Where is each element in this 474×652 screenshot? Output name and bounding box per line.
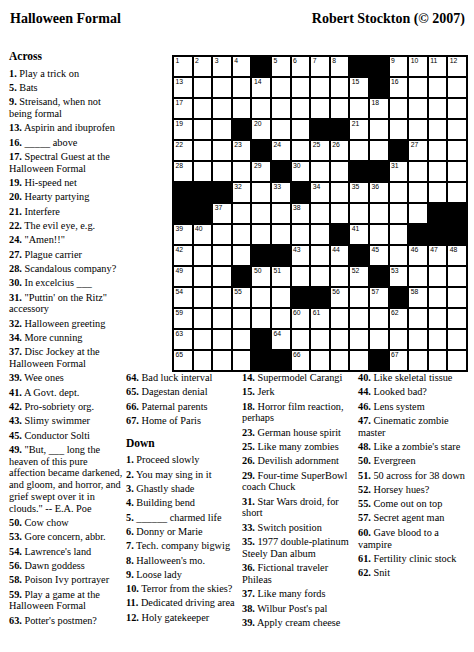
white-cell[interactable]: 43	[291, 245, 311, 266]
white-cell[interactable]: 23	[232, 140, 252, 161]
white-cell[interactable]	[389, 203, 409, 224]
white-cell[interactable]	[212, 77, 232, 98]
white-cell[interactable]	[193, 308, 213, 329]
white-cell[interactable]	[232, 329, 252, 350]
white-cell[interactable]: 57	[369, 287, 389, 308]
clue-number: 45.	[9, 430, 22, 441]
white-cell[interactable]	[408, 308, 428, 329]
white-cell[interactable]	[212, 329, 232, 350]
white-cell[interactable]	[291, 224, 311, 245]
cell-number: 5	[273, 57, 277, 65]
white-cell[interactable]	[330, 161, 350, 182]
down-clue-7: 7. Tech. company bigwig	[126, 540, 240, 552]
clue-number: 43.	[9, 415, 22, 426]
clue-number: 59.	[9, 589, 22, 600]
clue-number: 44.	[358, 386, 371, 397]
clue-number: 18.	[242, 401, 255, 412]
white-cell[interactable]	[408, 182, 428, 203]
white-cell[interactable]: 66	[291, 350, 311, 371]
white-cell[interactable]	[447, 77, 467, 98]
down-clue-60: 60. Gave blood to a vampire	[358, 527, 472, 551]
cell-number: 53	[391, 267, 399, 275]
clue-number: 1.	[126, 454, 134, 465]
black-cell	[271, 161, 291, 182]
white-cell[interactable]	[447, 287, 467, 308]
white-cell[interactable]	[447, 161, 467, 182]
white-cell[interactable]	[251, 224, 271, 245]
white-cell[interactable]	[428, 329, 448, 350]
clue-number: 8.	[126, 555, 134, 566]
white-cell[interactable]	[349, 287, 369, 308]
white-cell[interactable]	[428, 161, 448, 182]
black-cell	[349, 161, 369, 182]
clue-number: 64.	[126, 372, 139, 383]
white-cell[interactable]	[369, 308, 389, 329]
white-cell[interactable]: 62	[389, 308, 409, 329]
black-cell	[251, 140, 271, 161]
white-cell[interactable]	[447, 182, 467, 203]
cell-number: 22	[176, 141, 184, 149]
cell-number: 45	[371, 246, 379, 254]
white-cell[interactable]	[428, 98, 448, 119]
cell-number: 65	[176, 351, 184, 359]
white-cell[interactable]	[408, 350, 428, 371]
white-cell[interactable]	[349, 350, 369, 371]
clue-number: 38.	[242, 603, 255, 614]
white-cell[interactable]	[447, 98, 467, 119]
across-clue-13: 13. Aspirin and ibuprofen	[9, 122, 123, 134]
white-cell[interactable]	[212, 98, 232, 119]
white-cell[interactable]: 9	[389, 56, 409, 77]
white-cell[interactable]: 2	[193, 56, 213, 77]
white-cell[interactable]	[330, 98, 350, 119]
white-cell[interactable]	[232, 308, 252, 329]
white-cell[interactable]: 28	[173, 161, 193, 182]
white-cell[interactable]	[408, 161, 428, 182]
down-clue-62: 62. Snit	[358, 567, 472, 579]
white-cell[interactable]: 6	[291, 56, 311, 77]
across-clue-50: 50. Cow chow	[9, 517, 123, 529]
white-cell[interactable]	[428, 119, 448, 140]
white-cell[interactable]	[251, 308, 271, 329]
white-cell[interactable]: 22	[173, 140, 193, 161]
clue-number: 5.	[126, 512, 134, 523]
white-cell[interactable]	[193, 287, 213, 308]
white-cell[interactable]	[193, 119, 213, 140]
white-cell[interactable]: 21	[349, 119, 369, 140]
white-cell[interactable]	[330, 350, 350, 371]
white-cell[interactable]	[389, 329, 409, 350]
white-cell[interactable]: 54	[173, 287, 193, 308]
white-cell[interactable]	[447, 140, 467, 161]
cell-number: 7	[313, 57, 317, 65]
black-cell	[389, 287, 409, 308]
white-cell[interactable]	[271, 287, 291, 308]
white-cell[interactable]: 63	[173, 329, 193, 350]
white-cell[interactable]	[389, 119, 409, 140]
white-cell[interactable]	[428, 77, 448, 98]
clue-number: 46.	[358, 401, 371, 412]
clue-number: 65.	[126, 386, 139, 397]
down-clue-10: 10. Terror from the skies?	[126, 583, 240, 595]
white-cell[interactable]: 5	[271, 56, 291, 77]
cell-number: 29	[254, 162, 262, 170]
down-clue-9: 9. Loose lady	[126, 569, 240, 581]
across-clue-22: 22. The evil eye, e.g.	[9, 220, 123, 232]
black-cell	[447, 203, 467, 224]
white-cell[interactable]: 52	[349, 266, 369, 287]
black-cell	[428, 224, 448, 245]
clue-number: 6.	[126, 526, 134, 537]
white-cell[interactable]: 60	[291, 308, 311, 329]
white-cell[interactable]	[193, 98, 213, 119]
white-cell[interactable]	[349, 203, 369, 224]
white-cell[interactable]	[447, 329, 467, 350]
white-cell[interactable]: 17	[173, 98, 193, 119]
cell-number: 3	[215, 57, 219, 65]
white-cell[interactable]	[251, 182, 271, 203]
white-cell[interactable]	[212, 245, 232, 266]
white-cell[interactable]	[232, 224, 252, 245]
down-clue-61: 61. Fertility clinic stock	[358, 553, 472, 565]
across-clue-56: 56. Dawn goddess	[9, 560, 123, 572]
white-cell[interactable]	[408, 266, 428, 287]
cell-number: 14	[254, 78, 262, 86]
white-cell[interactable]	[408, 203, 428, 224]
clue-number: 41.	[9, 387, 22, 398]
white-cell[interactable]	[271, 119, 291, 140]
down-clue-37: 37. Like many fords	[242, 588, 356, 600]
white-cell[interactable]: 32	[232, 182, 252, 203]
white-cell[interactable]	[193, 329, 213, 350]
cell-number: 52	[352, 267, 360, 275]
white-cell[interactable]	[232, 350, 252, 371]
across-clue-59: 59. Play a game at the Halloween Formal	[9, 589, 123, 613]
clue-number: 17.	[9, 151, 22, 162]
cell-number: 25	[313, 141, 321, 149]
across-clue-45: 45. Conductor Solti	[9, 430, 123, 442]
white-cell[interactable]: 44	[330, 245, 350, 266]
white-cell[interactable]: 53	[389, 266, 409, 287]
white-cell[interactable]	[428, 350, 448, 371]
cell-number: 43	[293, 246, 301, 254]
clue-number: 55.	[358, 498, 371, 509]
black-cell	[369, 77, 389, 98]
white-cell[interactable]: 38	[291, 203, 311, 224]
clue-number: 66.	[126, 401, 139, 412]
white-cell[interactable]	[291, 329, 311, 350]
clue-number: 12.	[126, 612, 139, 623]
white-cell[interactable]	[428, 182, 448, 203]
white-cell[interactable]	[212, 119, 232, 140]
white-cell[interactable]: 18	[369, 98, 389, 119]
white-cell[interactable]	[310, 203, 330, 224]
white-cell[interactable]: 34	[310, 182, 330, 203]
down-clue-46: 46. Lens system	[358, 401, 472, 413]
clue-number: 2.	[126, 469, 134, 480]
white-cell[interactable]	[291, 98, 311, 119]
white-cell[interactable]	[212, 266, 232, 287]
white-cell[interactable]	[193, 245, 213, 266]
white-cell[interactable]: 8	[330, 56, 350, 77]
white-cell[interactable]	[389, 224, 409, 245]
black-cell	[232, 266, 252, 287]
white-cell[interactable]	[193, 140, 213, 161]
white-cell[interactable]: 47	[428, 245, 448, 266]
white-cell[interactable]	[212, 350, 232, 371]
white-cell[interactable]: 11	[428, 56, 448, 77]
white-cell[interactable]: 25	[310, 140, 330, 161]
white-cell[interactable]: 16	[389, 77, 409, 98]
clue-number: 22.	[9, 220, 22, 231]
white-cell[interactable]: 37	[212, 203, 232, 224]
cell-number: 51	[273, 267, 281, 275]
clue-number: 30.	[9, 277, 22, 288]
across-clue-1: 1. Play a trick on	[9, 68, 123, 80]
cell-number: 28	[176, 162, 184, 170]
white-cell[interactable]	[310, 245, 330, 266]
clue-number: 40.	[358, 372, 371, 383]
clue-number: 13.	[9, 122, 22, 133]
black-cell	[173, 182, 193, 203]
white-cell[interactable]	[389, 245, 409, 266]
across-clue-39: 39. Wee ones	[9, 372, 123, 384]
down-clue-25: 25. Like many zombies	[242, 441, 356, 453]
across-clue-54: 54. Lawrence's land	[9, 546, 123, 558]
white-cell[interactable]	[330, 266, 350, 287]
white-cell[interactable]	[369, 140, 389, 161]
white-cell[interactable]	[251, 287, 271, 308]
white-cell[interactable]: 58	[408, 287, 428, 308]
white-cell[interactable]	[330, 308, 350, 329]
across-clue-32: 32. Halloween greeting	[9, 318, 123, 330]
white-cell[interactable]	[291, 119, 311, 140]
black-cell	[389, 140, 409, 161]
white-cell[interactable]	[369, 119, 389, 140]
white-cell[interactable]: 42	[173, 245, 193, 266]
white-cell[interactable]	[428, 266, 448, 287]
clue-number: 25.	[242, 441, 255, 452]
across-clue-58: 58. Poison Ivy portrayer	[9, 574, 123, 586]
white-cell[interactable]	[310, 329, 330, 350]
white-cell[interactable]	[291, 77, 311, 98]
white-cell[interactable]	[271, 203, 291, 224]
white-cell[interactable]	[212, 224, 232, 245]
white-cell[interactable]	[408, 98, 428, 119]
white-cell[interactable]: 27	[408, 140, 428, 161]
white-cell[interactable]	[251, 203, 271, 224]
white-cell[interactable]: 39	[173, 224, 193, 245]
white-cell[interactable]	[193, 266, 213, 287]
white-cell[interactable]: 48	[447, 245, 467, 266]
cell-number: 23	[234, 141, 242, 149]
white-cell[interactable]: 46	[408, 245, 428, 266]
clue-number: 56.	[9, 560, 22, 571]
white-cell[interactable]	[232, 161, 252, 182]
down-clue-39: 39. Apply cream cheese	[242, 617, 356, 629]
white-cell[interactable]	[212, 308, 232, 329]
cell-number: 57	[371, 288, 379, 296]
white-cell[interactable]	[310, 98, 330, 119]
down-clue-6: 6. Donny or Marie	[126, 526, 240, 538]
cell-number: 40	[195, 225, 203, 233]
clue-number: 7.	[126, 540, 134, 551]
down-clue-26: 26. Devilish adornment	[242, 455, 356, 467]
white-cell[interactable]: 24	[271, 140, 291, 161]
clue-number: 51.	[358, 470, 371, 481]
black-cell	[251, 350, 271, 371]
white-cell[interactable]: 1	[173, 56, 193, 77]
clue-number: 50.	[9, 517, 22, 528]
down-clue-57: 57. Secret agent man	[358, 512, 472, 524]
white-cell[interactable]	[349, 308, 369, 329]
white-cell[interactable]	[447, 350, 467, 371]
cell-number: 59	[176, 309, 184, 317]
white-cell[interactable]: 56	[330, 287, 350, 308]
across-clue-41: 41. A Govt. dept.	[9, 387, 123, 399]
down-clue-18: 18. Horror film reaction, perhaps	[242, 401, 356, 425]
white-cell[interactable]: 10	[408, 56, 428, 77]
white-cell[interactable]	[271, 308, 291, 329]
white-cell[interactable]: 31	[389, 161, 409, 182]
white-cell[interactable]	[428, 308, 448, 329]
white-cell[interactable]: 35	[349, 182, 369, 203]
cell-number: 20	[254, 120, 262, 128]
white-cell[interactable]	[369, 203, 389, 224]
cell-number: 32	[234, 183, 242, 191]
white-cell[interactable]	[232, 77, 252, 98]
white-cell[interactable]	[349, 140, 369, 161]
white-cell[interactable]	[232, 98, 252, 119]
white-cell[interactable]: 20	[251, 119, 271, 140]
white-cell[interactable]	[232, 203, 252, 224]
white-cell[interactable]	[447, 119, 467, 140]
white-cell[interactable]	[447, 266, 467, 287]
cell-number: 6	[293, 57, 297, 65]
white-cell[interactable]: 13	[173, 77, 193, 98]
white-cell[interactable]: 45	[369, 245, 389, 266]
black-cell	[310, 287, 330, 308]
white-cell[interactable]: 55	[232, 287, 252, 308]
white-cell[interactable]: 29	[251, 161, 271, 182]
white-cell[interactable]	[310, 266, 330, 287]
cell-number: 11	[430, 57, 437, 65]
white-cell[interactable]	[193, 350, 213, 371]
white-cell[interactable]: 33	[271, 182, 291, 203]
black-cell	[291, 182, 311, 203]
white-cell[interactable]	[349, 329, 369, 350]
cell-number: 54	[176, 288, 184, 296]
across-clue-24: 24. "Amen!!"	[9, 234, 123, 246]
black-cell	[428, 203, 448, 224]
clue-number: 62.	[358, 567, 371, 578]
down-clue-33: 33. Switch position	[242, 522, 356, 534]
down-clue-12: 12. Holy gatekeeper	[126, 612, 240, 624]
white-cell[interactable]	[428, 287, 448, 308]
white-cell[interactable]: 15	[349, 77, 369, 98]
clue-number: 20.	[9, 191, 22, 202]
black-cell	[330, 119, 350, 140]
white-cell[interactable]	[330, 182, 350, 203]
white-cell[interactable]	[310, 77, 330, 98]
white-cell[interactable]: 30	[291, 161, 311, 182]
white-cell[interactable]	[212, 140, 232, 161]
cell-number: 2	[195, 57, 199, 65]
cell-number: 9	[391, 57, 395, 65]
white-cell[interactable]	[271, 77, 291, 98]
white-cell[interactable]: 7	[310, 56, 330, 77]
white-cell[interactable]	[330, 77, 350, 98]
white-cell[interactable]: 3	[212, 56, 232, 77]
black-cell	[193, 203, 213, 224]
down-clue-8: 8. Halloween's mo.	[126, 555, 240, 567]
white-cell[interactable]	[408, 119, 428, 140]
white-cell[interactable]: 14	[251, 77, 271, 98]
white-cell[interactable]	[271, 98, 291, 119]
cell-number: 38	[293, 204, 301, 212]
white-cell[interactable]: 49	[173, 266, 193, 287]
white-cell[interactable]	[408, 329, 428, 350]
white-cell[interactable]	[251, 98, 271, 119]
white-cell[interactable]: 64	[271, 329, 291, 350]
white-cell[interactable]	[193, 161, 213, 182]
white-cell[interactable]	[291, 266, 311, 287]
white-cell[interactable]	[310, 161, 330, 182]
white-cell[interactable]: 26	[330, 140, 350, 161]
white-cell[interactable]: 40	[193, 224, 213, 245]
white-cell[interactable]	[310, 350, 330, 371]
white-cell[interactable]	[369, 329, 389, 350]
black-cell	[251, 329, 271, 350]
cell-number: 30	[293, 162, 301, 170]
white-cell[interactable]	[310, 224, 330, 245]
white-cell[interactable]: 61	[310, 308, 330, 329]
clue-number: 50.	[358, 455, 371, 466]
white-cell[interactable]: 19	[173, 119, 193, 140]
clue-number: 57.	[358, 512, 371, 523]
white-cell[interactable]: 51	[271, 266, 291, 287]
down-clue-35: 35. 1977 double-platinum Steely Dan albu…	[242, 536, 356, 560]
white-cell[interactable]: 41	[349, 224, 369, 245]
white-cell[interactable]	[349, 98, 369, 119]
white-cell[interactable]: 12	[447, 56, 467, 77]
white-cell[interactable]	[212, 287, 232, 308]
white-cell[interactable]	[389, 182, 409, 203]
white-cell[interactable]	[193, 77, 213, 98]
white-cell[interactable]: 4	[232, 56, 252, 77]
clue-number: 27.	[9, 249, 22, 260]
white-cell[interactable]	[447, 308, 467, 329]
white-cell[interactable]	[389, 98, 409, 119]
white-cell[interactable]	[330, 329, 350, 350]
cell-number: 50	[254, 267, 262, 275]
white-cell[interactable]	[408, 77, 428, 98]
white-cell[interactable]	[330, 203, 350, 224]
white-cell[interactable]	[271, 224, 291, 245]
white-cell[interactable]	[232, 245, 252, 266]
white-cell[interactable]	[428, 140, 448, 161]
white-cell[interactable]: 50	[251, 266, 271, 287]
clue-column-1: Across 1. Play a trick on5. Bats9. Strei…	[9, 51, 123, 629]
white-cell[interactable]: 36	[369, 182, 389, 203]
white-cell[interactable]	[291, 140, 311, 161]
white-cell[interactable]	[369, 224, 389, 245]
white-cell[interactable]: 67	[389, 350, 409, 371]
white-cell[interactable]	[212, 161, 232, 182]
white-cell[interactable]: 65	[173, 350, 193, 371]
down-clue-44: 44. Looked bad?	[358, 386, 472, 398]
white-cell[interactable]: 59	[173, 308, 193, 329]
